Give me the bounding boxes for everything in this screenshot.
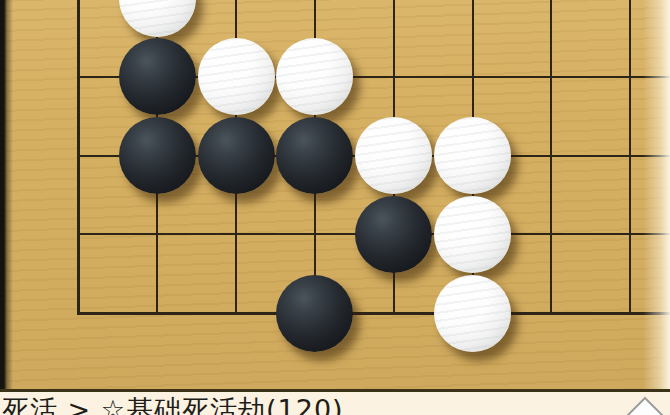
- intersection-d1[interactable]: [276, 274, 355, 353]
- intersection-h3[interactable]: [591, 116, 670, 195]
- intersection-h5[interactable]: [591, 0, 670, 37]
- app-screen: 死活 > ☆基础死活劫(120): [0, 0, 670, 415]
- black-stone-e2: [355, 196, 432, 273]
- intersection-f4[interactable]: [433, 37, 512, 116]
- intersection-b2[interactable]: [118, 195, 197, 274]
- white-stone-f1: [434, 275, 511, 352]
- intersection-a3[interactable]: [39, 116, 118, 195]
- intersection-a2[interactable]: [39, 195, 118, 274]
- intersection-d5[interactable]: [276, 0, 355, 37]
- screen-left-shadow: [0, 0, 14, 389]
- black-stone-c3: [198, 117, 275, 194]
- intersection-h4[interactable]: [591, 37, 670, 116]
- white-stone-e3: [355, 117, 432, 194]
- white-stone-f3: [434, 117, 511, 194]
- intersection-e4[interactable]: [354, 37, 433, 116]
- intersection-b1[interactable]: [118, 274, 197, 353]
- intersection-h1[interactable]: [591, 274, 670, 353]
- intersection-g1[interactable]: [512, 274, 591, 353]
- intersection-d4[interactable]: [276, 37, 355, 116]
- go-board[interactable]: [0, 0, 670, 392]
- intersection-f5[interactable]: [433, 0, 512, 37]
- intersection-e2[interactable]: [354, 195, 433, 274]
- intersection-d2[interactable]: [276, 195, 355, 274]
- breadcrumb: 死活 > ☆基础死活劫(120): [2, 393, 344, 415]
- up-triangle-icon: [623, 398, 667, 415]
- intersection-f1[interactable]: [433, 274, 512, 353]
- intersection-e1[interactable]: [354, 274, 433, 353]
- white-stone-d4: [276, 38, 353, 115]
- white-stone-b5: [119, 0, 196, 37]
- puzzle-info-bar: 死活 > ☆基础死活劫(120): [0, 392, 670, 415]
- black-stone-d1: [276, 275, 353, 352]
- intersection-c4[interactable]: [197, 37, 276, 116]
- intersection-c5[interactable]: [197, 0, 276, 37]
- intersection-b4[interactable]: [118, 37, 197, 116]
- intersection-e3[interactable]: [354, 116, 433, 195]
- intersection-a4[interactable]: [39, 37, 118, 116]
- intersection-b5[interactable]: [118, 0, 197, 37]
- black-stone-b3: [119, 117, 196, 194]
- intersection-c2[interactable]: [197, 195, 276, 274]
- intersections-grid: [39, 0, 669, 353]
- white-stone-c4: [198, 38, 275, 115]
- intersection-b3[interactable]: [118, 116, 197, 195]
- intersection-a1[interactable]: [39, 274, 118, 353]
- black-stone-d3: [276, 117, 353, 194]
- intersection-e5[interactable]: [354, 0, 433, 37]
- intersection-d3[interactable]: [276, 116, 355, 195]
- white-stone-f2: [434, 196, 511, 273]
- intersection-g3[interactable]: [512, 116, 591, 195]
- intersection-f3[interactable]: [433, 116, 512, 195]
- intersection-f2[interactable]: [433, 195, 512, 274]
- intersection-g5[interactable]: [512, 0, 591, 37]
- intersection-a5[interactable]: [39, 0, 118, 37]
- intersection-g2[interactable]: [512, 195, 591, 274]
- intersection-h2[interactable]: [591, 195, 670, 274]
- intersection-c1[interactable]: [197, 274, 276, 353]
- black-stone-b4: [119, 38, 196, 115]
- intersection-c3[interactable]: [197, 116, 276, 195]
- intersection-g4[interactable]: [512, 37, 591, 116]
- expand-up-button[interactable]: [618, 395, 670, 415]
